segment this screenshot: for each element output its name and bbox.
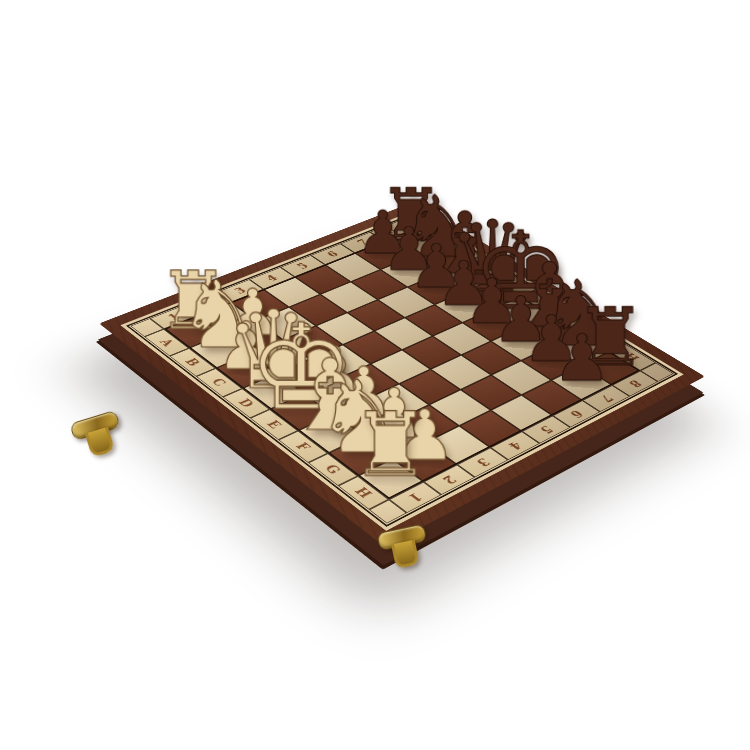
pieces-layer: ♜♞♝♛♚♝♞♜♟♟♟♟♟♟♟♟♜♞♟♛♚♝♞♜♟♟♟♟♟: [164, 230, 640, 500]
perspective-stage: ABCDEFGH8877665544332211ABCDEFGH ♜♞♝♛♚♝♞…: [0, 0, 750, 750]
product-photo-background: ABCDEFGH8877665544332211ABCDEFGH ♜♞♝♛♚♝♞…: [0, 0, 750, 750]
clasp-hook-icon: [391, 540, 420, 569]
camera-tilt: ABCDEFGH8877665544332211ABCDEFGH ♜♞♝♛♚♝♞…: [0, 0, 750, 750]
chess-board: ABCDEFGH8877665544332211ABCDEFGH ♜♞♝♛♚♝♞…: [99, 201, 705, 547]
white-rook-icon: ♜: [351, 401, 430, 490]
